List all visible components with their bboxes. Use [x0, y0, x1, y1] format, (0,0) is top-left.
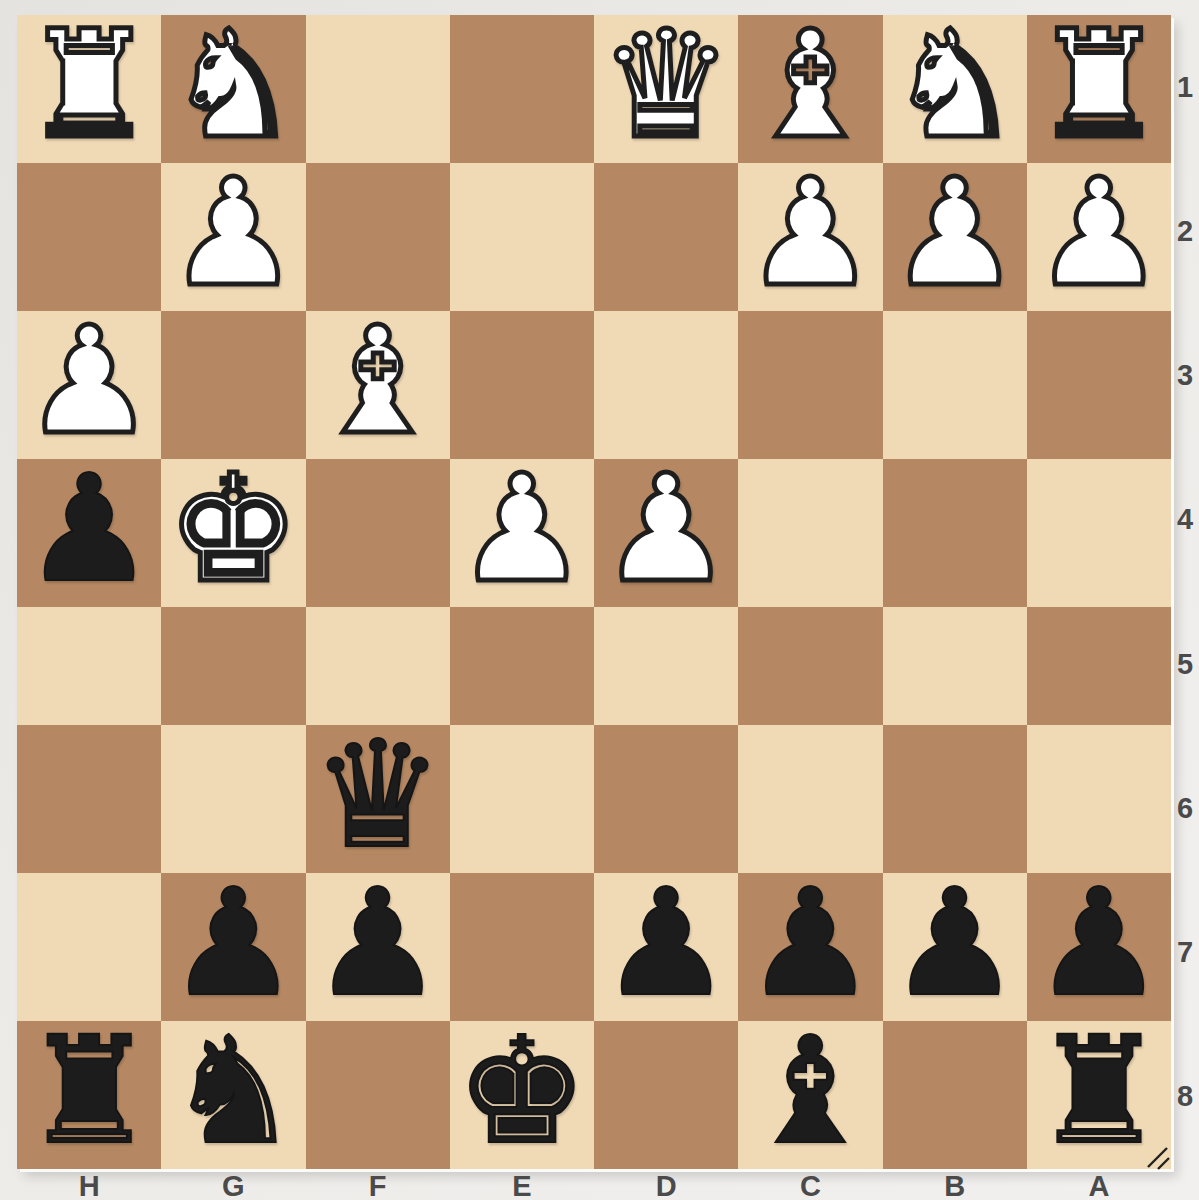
square-f3[interactable]: ♝ [306, 311, 450, 459]
square-e8[interactable]: ♚ [450, 1021, 594, 1169]
square-h8[interactable]: ♜ [17, 1021, 161, 1169]
square-h4[interactable]: ♟ [17, 459, 161, 607]
square-d6[interactable] [594, 725, 738, 873]
square-e2[interactable] [450, 163, 594, 311]
square-d4[interactable]: ♟ [594, 459, 738, 607]
square-d8[interactable] [594, 1021, 738, 1169]
square-f8[interactable] [306, 1021, 450, 1169]
square-c5[interactable] [738, 607, 882, 725]
black-pawn[interactable]: ♟ [167, 869, 300, 1017]
square-f6[interactable]: ♛ [306, 725, 450, 873]
black-bishop[interactable]: ♝ [744, 1017, 877, 1165]
rank-labels: 12345678 [1173, 15, 1197, 1169]
black-rook[interactable]: ♜ [23, 1017, 156, 1165]
white-pawn[interactable]: ♟ [600, 455, 733, 603]
square-e4[interactable]: ♟ [450, 459, 594, 607]
square-e5[interactable] [450, 607, 594, 725]
square-g3[interactable] [161, 311, 305, 459]
square-d3[interactable] [594, 311, 738, 459]
white-pawn[interactable]: ♟ [744, 159, 877, 307]
square-f1[interactable] [306, 15, 450, 163]
square-f2[interactable] [306, 163, 450, 311]
rank-label-6: 6 [1173, 736, 1197, 880]
black-king[interactable]: ♚ [456, 1017, 589, 1165]
file-label-e: E [450, 1170, 594, 1200]
square-d5[interactable] [594, 607, 738, 725]
square-b1[interactable]: ♞ [883, 15, 1027, 163]
white-bishop[interactable]: ♝ [744, 11, 877, 159]
white-rook[interactable]: ♜ [23, 11, 156, 159]
file-label-a: A [1027, 1170, 1171, 1200]
black-pawn[interactable]: ♟ [1033, 869, 1166, 1017]
square-a5[interactable] [1027, 607, 1171, 725]
square-d1[interactable]: ♛ [594, 15, 738, 163]
square-g1[interactable]: ♞ [161, 15, 305, 163]
square-d7[interactable]: ♟ [594, 873, 738, 1021]
rank-label-2: 2 [1173, 159, 1197, 303]
square-h2[interactable] [17, 163, 161, 311]
square-g6[interactable] [161, 725, 305, 873]
black-pawn[interactable]: ♟ [600, 869, 733, 1017]
rank-label-8: 8 [1173, 1025, 1197, 1169]
square-b3[interactable] [883, 311, 1027, 459]
square-c4[interactable] [738, 459, 882, 607]
square-e3[interactable] [450, 311, 594, 459]
square-b4[interactable] [883, 459, 1027, 607]
square-c8[interactable]: ♝ [738, 1021, 882, 1169]
white-knight[interactable]: ♞ [888, 11, 1021, 159]
square-f4[interactable] [306, 459, 450, 607]
black-pawn[interactable]: ♟ [23, 455, 156, 603]
square-h6[interactable] [17, 725, 161, 873]
file-label-g: G [161, 1170, 305, 1200]
square-f7[interactable]: ♟ [306, 873, 450, 1021]
square-b5[interactable] [883, 607, 1027, 725]
square-g2[interactable]: ♟ [161, 163, 305, 311]
square-g8[interactable]: ♞ [161, 1021, 305, 1169]
rank-label-3: 3 [1173, 304, 1197, 448]
black-pawn[interactable]: ♟ [744, 869, 877, 1017]
square-h3[interactable]: ♟ [17, 311, 161, 459]
black-queen[interactable]: ♛ [311, 721, 444, 869]
square-a6[interactable] [1027, 725, 1171, 873]
square-a1[interactable]: ♜ [1027, 15, 1171, 163]
square-c3[interactable] [738, 311, 882, 459]
rank-label-5: 5 [1173, 592, 1197, 736]
black-knight[interactable]: ♞ [167, 1017, 300, 1165]
square-a7[interactable]: ♟ [1027, 873, 1171, 1021]
square-b7[interactable]: ♟ [883, 873, 1027, 1021]
white-rook[interactable]: ♜ [1033, 11, 1166, 159]
white-bishop[interactable]: ♝ [311, 307, 444, 455]
white-king[interactable]: ♚ [167, 455, 300, 603]
square-h5[interactable] [17, 607, 161, 725]
white-pawn[interactable]: ♟ [23, 307, 156, 455]
file-label-d: D [594, 1170, 738, 1200]
square-b8[interactable] [883, 1021, 1027, 1169]
chess-app-page: { "game": "chess", "position": { "fen": … [0, 0, 1199, 1200]
white-knight[interactable]: ♞ [167, 11, 300, 159]
black-pawn[interactable]: ♟ [888, 869, 1021, 1017]
square-e6[interactable] [450, 725, 594, 873]
file-label-f: F [306, 1170, 450, 1200]
file-label-b: B [883, 1170, 1027, 1200]
square-a4[interactable] [1027, 459, 1171, 607]
chess-board[interactable]: ♜♞♛♝♞♜♟♟♟♟♟♝♟♚♟♟♛♟♟♟♟♟♟♜♞♚♝♜ [17, 15, 1171, 1169]
white-pawn[interactable]: ♟ [456, 455, 589, 603]
file-label-c: C [738, 1170, 882, 1200]
square-a2[interactable]: ♟ [1027, 163, 1171, 311]
square-c7[interactable]: ♟ [738, 873, 882, 1021]
file-label-h: H [17, 1170, 161, 1200]
square-f5[interactable] [306, 607, 450, 725]
rank-label-1: 1 [1173, 15, 1197, 159]
square-b2[interactable]: ♟ [883, 163, 1027, 311]
square-g5[interactable] [161, 607, 305, 725]
square-d2[interactable] [594, 163, 738, 311]
board-resize-handle[interactable] [1143, 1143, 1171, 1171]
black-pawn[interactable]: ♟ [311, 869, 444, 1017]
square-g4[interactable]: ♚ [161, 459, 305, 607]
white-queen[interactable]: ♛ [600, 11, 733, 159]
rank-label-7: 7 [1173, 881, 1197, 1025]
square-e1[interactable] [450, 15, 594, 163]
resize-icon [1143, 1143, 1171, 1171]
square-h1[interactable]: ♜ [17, 15, 161, 163]
square-c2[interactable]: ♟ [738, 163, 882, 311]
square-c1[interactable]: ♝ [738, 15, 882, 163]
white-pawn[interactable]: ♟ [888, 159, 1021, 307]
square-c6[interactable] [738, 725, 882, 873]
square-h7[interactable] [17, 873, 161, 1021]
rank-label-4: 4 [1173, 448, 1197, 592]
square-e7[interactable] [450, 873, 594, 1021]
file-labels: HGFEDCBA [17, 1170, 1171, 1199]
square-b6[interactable] [883, 725, 1027, 873]
white-pawn[interactable]: ♟ [167, 159, 300, 307]
square-a3[interactable] [1027, 311, 1171, 459]
white-pawn[interactable]: ♟ [1033, 159, 1166, 307]
square-g7[interactable]: ♟ [161, 873, 305, 1021]
